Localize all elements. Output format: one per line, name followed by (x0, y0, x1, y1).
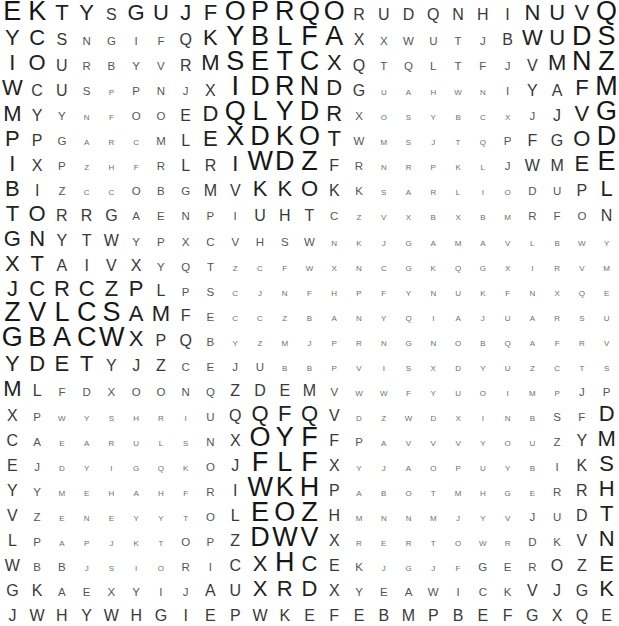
letter-cell[interactable]: Y (495, 451, 520, 476)
letter-cell[interactable]: B (198, 326, 223, 351)
letter-cell[interactable]: W (25, 601, 50, 626)
letter-cell[interactable]: C (0, 426, 25, 451)
letter-cell[interactable]: I (25, 175, 50, 200)
letter-cell[interactable]: U (50, 50, 75, 75)
letter-cell[interactable]: X (99, 376, 124, 401)
letter-cell[interactable]: J (470, 300, 495, 325)
letter-cell[interactable]: W (297, 225, 322, 250)
letter-cell[interactable]: O (124, 175, 149, 200)
letter-cell[interactable]: I (520, 250, 545, 275)
letter-cell[interactable]: V (149, 50, 174, 75)
letter-cell[interactable]: T (446, 50, 471, 75)
letter-cell[interactable]: O (470, 376, 495, 401)
letter-cell[interactable]: U (248, 200, 273, 225)
letter-cell[interactable]: O (446, 326, 471, 351)
letter-cell[interactable]: R (347, 0, 372, 25)
letter-cell[interactable]: N (594, 200, 619, 225)
letter-cell[interactable]: V (223, 175, 248, 200)
letter-cell[interactable]: C (470, 100, 495, 125)
letter-cell[interactable]: D (594, 401, 619, 426)
letter-cell[interactable]: W (297, 250, 322, 275)
letter-cell[interactable]: N (74, 25, 99, 50)
letter-cell[interactable]: H (470, 0, 495, 25)
letter-cell[interactable]: X (99, 576, 124, 601)
letter-cell[interactable]: X (322, 451, 347, 476)
letter-cell[interactable]: U (545, 175, 570, 200)
letter-cell[interactable]: X (248, 551, 273, 576)
letter-cell[interactable]: A (470, 225, 495, 250)
letter-cell[interactable]: D (297, 576, 322, 601)
letter-cell[interactable]: A (322, 25, 347, 50)
letter-cell[interactable]: N (470, 75, 495, 100)
letter-cell[interactable]: M (149, 300, 174, 325)
letter-cell[interactable]: N (173, 376, 198, 401)
letter-cell[interactable]: Z (347, 200, 372, 225)
letter-cell[interactable]: R (173, 50, 198, 75)
letter-cell[interactable]: J (173, 576, 198, 601)
letter-cell[interactable]: E (594, 275, 619, 300)
letter-cell[interactable]: W (99, 225, 124, 250)
letter-cell[interactable]: G (50, 125, 75, 150)
letter-cell[interactable]: D (396, 0, 421, 25)
letter-cell[interactable]: C (74, 175, 99, 200)
letter-cell[interactable]: G (470, 250, 495, 275)
letter-cell[interactable]: Q (421, 0, 446, 25)
letter-cell[interactable]: K (272, 601, 297, 626)
letter-cell[interactable]: N (347, 250, 372, 275)
letter-cell[interactable]: Z (50, 175, 75, 200)
letter-cell[interactable]: K (272, 175, 297, 200)
letter-cell[interactable]: Y (25, 476, 50, 501)
letter-cell[interactable]: P (25, 125, 50, 150)
letter-cell[interactable]: Y (470, 426, 495, 451)
letter-cell[interactable]: K (248, 175, 273, 200)
letter-cell[interactable]: T (25, 250, 50, 275)
letter-cell[interactable]: J (495, 50, 520, 75)
letter-cell[interactable]: V (0, 501, 25, 526)
letter-cell[interactable]: I (149, 576, 174, 601)
letter-cell[interactable]: U (520, 426, 545, 451)
letter-cell[interactable]: K (347, 225, 372, 250)
letter-cell[interactable]: P (50, 150, 75, 175)
letter-cell[interactable]: R (545, 476, 570, 501)
letter-cell[interactable]: D (569, 501, 594, 526)
letter-cell[interactable]: P (25, 401, 50, 426)
letter-cell[interactable]: X (223, 426, 248, 451)
letter-cell[interactable]: J (520, 100, 545, 125)
letter-cell[interactable]: V (520, 576, 545, 601)
letter-cell[interactable]: M (272, 326, 297, 351)
letter-cell[interactable]: K (545, 526, 570, 551)
letter-cell[interactable]: F (173, 300, 198, 325)
letter-cell[interactable]: R (173, 551, 198, 576)
letter-cell[interactable]: S (396, 100, 421, 125)
letter-cell[interactable]: I (421, 300, 446, 325)
letter-cell[interactable]: O (198, 501, 223, 526)
letter-cell[interactable]: X (173, 225, 198, 250)
letter-cell[interactable]: O (495, 175, 520, 200)
letter-cell[interactable]: O (297, 175, 322, 200)
letter-cell[interactable]: X (198, 75, 223, 100)
letter-cell[interactable]: B (50, 551, 75, 576)
letter-cell[interactable]: V (446, 426, 471, 451)
letter-cell[interactable]: R (520, 551, 545, 576)
letter-cell[interactable]: O (198, 451, 223, 476)
letter-cell[interactable]: I (495, 75, 520, 100)
letter-cell[interactable]: E (99, 501, 124, 526)
letter-cell[interactable]: S (594, 351, 619, 376)
letter-cell[interactable]: J (223, 351, 248, 376)
letter-cell[interactable]: U (495, 351, 520, 376)
letter-cell[interactable]: F (470, 50, 495, 75)
letter-cell[interactable]: A (25, 426, 50, 451)
letter-cell[interactable]: I (173, 401, 198, 426)
letter-cell[interactable]: J (25, 451, 50, 476)
letter-cell[interactable]: E (347, 601, 372, 626)
letter-cell[interactable]: B (371, 476, 396, 501)
letter-cell[interactable]: E (0, 451, 25, 476)
letter-cell[interactable]: E (594, 551, 619, 576)
letter-cell[interactable]: Y (0, 351, 25, 376)
letter-cell[interactable]: O (149, 376, 174, 401)
letter-cell[interactable]: L (470, 150, 495, 175)
letter-cell[interactable]: X (0, 250, 25, 275)
letter-cell[interactable]: U (421, 25, 446, 50)
letter-cell[interactable]: E (594, 150, 619, 175)
word-search-board[interactable]: EKTYSGUJFOPRQORUDQNHINUVQYCSNGIFQKYBLFAX… (0, 0, 619, 626)
letter-cell[interactable]: Q (446, 250, 471, 275)
letter-cell[interactable]: F (124, 150, 149, 175)
letter-cell[interactable]: J (470, 25, 495, 50)
letter-cell[interactable]: N (74, 501, 99, 526)
letter-cell[interactable]: Y (74, 601, 99, 626)
letter-cell[interactable]: R (569, 476, 594, 501)
letter-cell[interactable]: Y (124, 50, 149, 75)
letter-cell[interactable]: U (248, 351, 273, 376)
letter-cell[interactable]: C (223, 275, 248, 300)
letter-cell[interactable]: W (99, 326, 124, 351)
letter-cell[interactable]: W (0, 75, 25, 100)
letter-cell[interactable]: P (25, 526, 50, 551)
letter-cell[interactable]: M (198, 50, 223, 75)
letter-cell[interactable]: Z (74, 150, 99, 175)
letter-cell[interactable]: A (396, 451, 421, 476)
letter-cell[interactable]: A (124, 300, 149, 325)
letter-cell[interactable]: W (396, 25, 421, 50)
letter-cell[interactable]: X (495, 100, 520, 125)
letter-cell[interactable]: P (124, 275, 149, 300)
letter-cell[interactable]: B (371, 601, 396, 626)
letter-cell[interactable]: J (173, 75, 198, 100)
letter-cell[interactable]: H (99, 150, 124, 175)
letter-cell[interactable]: W (520, 150, 545, 175)
letter-cell[interactable]: G (520, 601, 545, 626)
letter-cell[interactable]: D (520, 526, 545, 551)
letter-cell[interactable]: G (0, 225, 25, 250)
letter-cell[interactable]: O (124, 376, 149, 401)
letter-cell[interactable]: U (198, 401, 223, 426)
letter-cell[interactable]: Q (173, 250, 198, 275)
letter-cell[interactable]: C (322, 200, 347, 225)
letter-cell[interactable]: W (396, 401, 421, 426)
letter-cell[interactable]: V (569, 526, 594, 551)
letter-cell[interactable]: I (0, 50, 25, 75)
letter-cell[interactable]: P (545, 376, 570, 401)
letter-cell[interactable]: R (198, 150, 223, 175)
letter-cell[interactable]: B (470, 326, 495, 351)
letter-cell[interactable]: D (248, 376, 273, 401)
letter-cell[interactable]: A (322, 300, 347, 325)
letter-cell[interactable]: B (495, 25, 520, 50)
letter-cell[interactable]: X (0, 401, 25, 426)
letter-cell[interactable]: Y (149, 501, 174, 526)
letter-cell[interactable]: X (322, 250, 347, 275)
letter-cell[interactable]: Y (124, 576, 149, 601)
letter-cell[interactable]: Z (223, 376, 248, 401)
letter-cell[interactable]: O (371, 100, 396, 125)
letter-cell[interactable]: I (99, 451, 124, 476)
letter-cell[interactable]: H (50, 601, 75, 626)
letter-cell[interactable]: V (495, 501, 520, 526)
letter-cell[interactable]: R (99, 426, 124, 451)
letter-cell[interactable]: A (545, 75, 570, 100)
letter-cell[interactable]: X (124, 250, 149, 275)
letter-cell[interactable]: E (50, 501, 75, 526)
letter-cell[interactable]: D (421, 401, 446, 426)
letter-cell[interactable]: Y (74, 451, 99, 476)
letter-cell[interactable]: U (545, 501, 570, 526)
letter-cell[interactable]: R (322, 100, 347, 125)
letter-cell[interactable]: U (371, 75, 396, 100)
letter-cell[interactable]: Y (594, 225, 619, 250)
letter-cell[interactable]: R (396, 150, 421, 175)
letter-cell[interactable]: R (198, 476, 223, 501)
letter-cell[interactable]: N (322, 225, 347, 250)
letter-cell[interactable]: P (198, 200, 223, 225)
letter-cell[interactable]: J (545, 576, 570, 601)
letter-cell[interactable]: T (594, 501, 619, 526)
letter-cell[interactable]: A (50, 526, 75, 551)
letter-cell[interactable]: P (347, 426, 372, 451)
letter-cell[interactable]: J (0, 601, 25, 626)
letter-cell[interactable]: G (495, 476, 520, 501)
letter-cell[interactable]: V (322, 376, 347, 401)
letter-cell[interactable]: P (347, 275, 372, 300)
letter-cell[interactable]: S (173, 426, 198, 451)
letter-cell[interactable]: F (322, 601, 347, 626)
letter-cell[interactable]: P (223, 601, 248, 626)
letter-cell[interactable]: E (74, 576, 99, 601)
letter-cell[interactable]: D (25, 351, 50, 376)
letter-cell[interactable]: U (446, 275, 471, 300)
letter-cell[interactable]: V (569, 250, 594, 275)
letter-cell[interactable]: X (396, 200, 421, 225)
letter-cell[interactable]: V (495, 225, 520, 250)
letter-cell[interactable]: O (569, 125, 594, 150)
letter-cell[interactable]: Q (396, 300, 421, 325)
letter-cell[interactable]: B (446, 100, 471, 125)
letter-cell[interactable]: F (495, 275, 520, 300)
letter-cell[interactable]: B (470, 200, 495, 225)
letter-cell[interactable]: T (421, 526, 446, 551)
letter-cell[interactable]: N (371, 501, 396, 526)
letter-cell[interactable]: P (421, 601, 446, 626)
letter-cell[interactable]: E (74, 476, 99, 501)
letter-cell[interactable]: U (594, 300, 619, 325)
letter-cell[interactable]: Y (124, 225, 149, 250)
letter-cell[interactable]: X (25, 150, 50, 175)
letter-cell[interactable]: I (371, 351, 396, 376)
letter-cell[interactable]: U (470, 451, 495, 476)
letter-cell[interactable]: N (25, 225, 50, 250)
letter-cell[interactable]: Y (74, 401, 99, 426)
letter-cell[interactable]: B (520, 451, 545, 476)
letter-cell[interactable]: I (124, 25, 149, 50)
letter-cell[interactable]: F (396, 376, 421, 401)
letter-cell[interactable]: K (421, 250, 446, 275)
letter-cell[interactable]: M (446, 225, 471, 250)
letter-cell[interactable]: Z (545, 426, 570, 451)
letter-cell[interactable]: J (569, 376, 594, 401)
letter-cell[interactable]: T (322, 125, 347, 150)
letter-cell[interactable]: Y (0, 25, 25, 50)
letter-cell[interactable]: Y (520, 75, 545, 100)
letter-cell[interactable]: T (297, 200, 322, 225)
letter-cell[interactable]: G (396, 250, 421, 275)
letter-cell[interactable]: K (25, 576, 50, 601)
letter-cell[interactable]: T (569, 351, 594, 376)
letter-cell[interactable]: W (50, 401, 75, 426)
letter-cell[interactable]: J (495, 150, 520, 175)
letter-cell[interactable]: H (470, 476, 495, 501)
letter-cell[interactable]: U (495, 300, 520, 325)
letter-cell[interactable]: E (495, 551, 520, 576)
letter-cell[interactable]: N (421, 326, 446, 351)
letter-cell[interactable]: M (594, 250, 619, 275)
letter-cell[interactable]: S (99, 401, 124, 426)
letter-cell[interactable]: E (272, 376, 297, 401)
letter-cell[interactable]: X (248, 576, 273, 601)
letter-cell[interactable]: N (569, 50, 594, 75)
letter-cell[interactable]: Y (25, 100, 50, 125)
letter-cell[interactable]: W (347, 125, 372, 150)
letter-cell[interactable]: C (223, 551, 248, 576)
letter-cell[interactable]: Y (0, 476, 25, 501)
letter-cell[interactable]: G (396, 551, 421, 576)
letter-cell[interactable]: Y (149, 250, 174, 275)
letter-cell[interactable]: G (99, 25, 124, 50)
letter-cell[interactable]: V (223, 225, 248, 250)
letter-cell[interactable]: F (198, 0, 223, 25)
letter-cell[interactable]: A (50, 250, 75, 275)
letter-cell[interactable]: M (545, 50, 570, 75)
letter-cell[interactable]: H (421, 75, 446, 100)
letter-cell[interactable]: L (421, 50, 446, 75)
letter-cell[interactable]: O (396, 476, 421, 501)
letter-cell[interactable]: N (74, 100, 99, 125)
letter-cell[interactable]: I (223, 200, 248, 225)
letter-cell[interactable]: B (99, 50, 124, 75)
letter-cell[interactable]: F (50, 376, 75, 401)
letter-cell[interactable]: P (322, 351, 347, 376)
letter-cell[interactable]: P (124, 75, 149, 100)
letter-cell[interactable]: Y (421, 376, 446, 401)
letter-cell[interactable]: U (545, 25, 570, 50)
letter-cell[interactable]: Y (223, 326, 248, 351)
letter-cell[interactable]: M (446, 476, 471, 501)
letter-cell[interactable]: G (149, 601, 174, 626)
letter-cell[interactable]: B (0, 175, 25, 200)
letter-cell[interactable]: C (248, 300, 273, 325)
letter-cell[interactable]: X (322, 576, 347, 601)
letter-cell[interactable]: R (149, 401, 174, 426)
letter-cell[interactable]: T (446, 25, 471, 50)
letter-cell[interactable]: H (322, 275, 347, 300)
letter-cell[interactable]: R (99, 125, 124, 150)
letter-cell[interactable]: E (371, 576, 396, 601)
letter-cell[interactable]: L (149, 275, 174, 300)
letter-cell[interactable]: O (495, 426, 520, 451)
letter-cell[interactable]: S (272, 225, 297, 250)
letter-cell[interactable]: K (470, 275, 495, 300)
letter-cell[interactable]: M (50, 476, 75, 501)
letter-cell[interactable]: J (248, 275, 273, 300)
letter-cell[interactable]: N (495, 401, 520, 426)
letter-cell[interactable]: S (396, 351, 421, 376)
letter-cell[interactable]: H (124, 401, 149, 426)
letter-cell[interactable]: E (594, 601, 619, 626)
letter-cell[interactable]: X (347, 100, 372, 125)
letter-cell[interactable]: W (347, 376, 372, 401)
letter-cell[interactable]: M (198, 175, 223, 200)
letter-cell[interactable]: Z (272, 300, 297, 325)
letter-cell[interactable]: Y (347, 451, 372, 476)
letter-cell[interactable]: Z (223, 250, 248, 275)
letter-cell[interactable]: B (25, 551, 50, 576)
letter-cell[interactable]: C (99, 175, 124, 200)
letter-cell[interactable]: Z (248, 326, 273, 351)
letter-cell[interactable]: E (149, 200, 174, 225)
letter-cell[interactable]: O (569, 200, 594, 225)
letter-cell[interactable]: O (149, 100, 174, 125)
letter-cell[interactable]: J (421, 125, 446, 150)
letter-cell[interactable]: H (149, 476, 174, 501)
letter-cell[interactable]: G (0, 576, 25, 601)
letter-cell[interactable]: G (396, 225, 421, 250)
letter-cell[interactable]: J (371, 551, 396, 576)
letter-cell[interactable]: I (0, 150, 25, 175)
letter-cell[interactable]: T (50, 0, 75, 25)
letter-cell[interactable]: J (99, 526, 124, 551)
letter-cell[interactable]: A (50, 576, 75, 601)
letter-cell[interactable]: M (396, 601, 421, 626)
letter-cell[interactable]: S (371, 175, 396, 200)
letter-cell[interactable]: X (347, 25, 372, 50)
letter-cell[interactable]: I (446, 576, 471, 601)
letter-cell[interactable]: N (446, 0, 471, 25)
letter-cell[interactable]: M (520, 376, 545, 401)
letter-cell[interactable]: W (248, 601, 273, 626)
letter-cell[interactable]: I (124, 551, 149, 576)
letter-cell[interactable]: D (520, 175, 545, 200)
letter-cell[interactable]: H (594, 476, 619, 501)
letter-cell[interactable]: Z (569, 551, 594, 576)
letter-cell[interactable]: F (149, 25, 174, 50)
letter-cell[interactable]: X (322, 526, 347, 551)
letter-cell[interactable]: W (248, 150, 273, 175)
letter-cell[interactable]: E (198, 300, 223, 325)
letter-cell[interactable]: N (594, 526, 619, 551)
